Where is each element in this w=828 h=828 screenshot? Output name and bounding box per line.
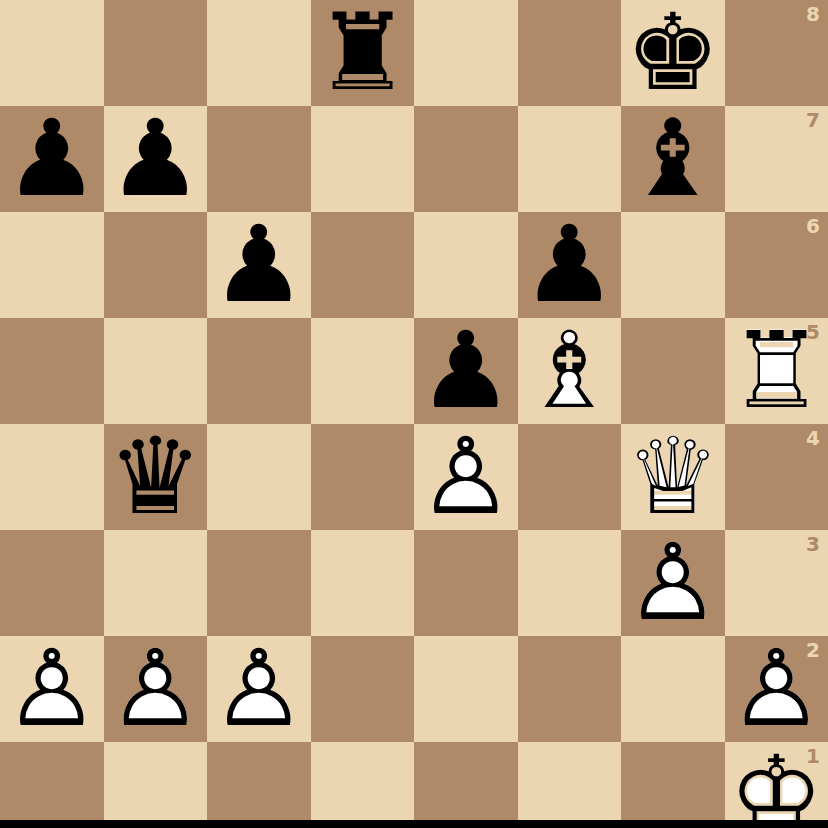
piece-black-pawn[interactable]: ♟ — [4, 106, 99, 212]
square-h1[interactable]: h1♚♔ — [725, 742, 828, 828]
square-c6[interactable]: ♟ — [207, 212, 311, 318]
square-f7[interactable] — [518, 106, 622, 212]
square-f6[interactable]: ♟ — [518, 212, 622, 318]
square-e8[interactable] — [414, 0, 518, 106]
piece-black-bishop[interactable]: ♝ — [625, 106, 720, 212]
square-c7[interactable] — [207, 106, 311, 212]
rank-label-6: 6 — [806, 216, 820, 236]
square-g6[interactable] — [621, 212, 725, 318]
chessboard: ♜♚8♟♟♝7♟♟6♟♝♗5♜♖♛♟♙♛♕4♟♙3♟♙♟♙♟♙2♟♙abcdef… — [0, 0, 828, 828]
square-g4[interactable]: ♛♕ — [621, 424, 725, 530]
piece-black-rook[interactable]: ♜ — [315, 0, 410, 106]
piece-white-queen[interactable]: ♛♕ — [625, 424, 720, 530]
piece-glyph-outline: ♙ — [108, 636, 203, 742]
square-h3[interactable]: 3 — [725, 530, 828, 636]
square-f1[interactable]: f — [518, 742, 622, 828]
square-e7[interactable] — [414, 106, 518, 212]
square-c1[interactable]: c — [207, 742, 311, 828]
piece-white-pawn[interactable]: ♟♙ — [211, 636, 306, 742]
piece-glyph-fill: ♟ — [4, 106, 99, 212]
square-e2[interactable] — [414, 636, 518, 742]
square-d5[interactable] — [311, 318, 415, 424]
square-c8[interactable] — [207, 0, 311, 106]
square-b4[interactable]: ♛ — [104, 424, 208, 530]
square-g3[interactable]: ♟♙ — [621, 530, 725, 636]
piece-white-pawn[interactable]: ♟♙ — [418, 424, 513, 530]
square-c5[interactable] — [207, 318, 311, 424]
square-h8[interactable]: 8 — [725, 0, 828, 106]
piece-glyph-fill: ♚ — [625, 0, 720, 106]
square-a2[interactable]: ♟♙ — [0, 636, 104, 742]
square-f3[interactable] — [518, 530, 622, 636]
square-d1[interactable]: d — [311, 742, 415, 828]
piece-glyph-fill: ♟ — [418, 318, 513, 424]
square-a5[interactable] — [0, 318, 104, 424]
square-g7[interactable]: ♝ — [621, 106, 725, 212]
piece-glyph-fill: ♟ — [108, 106, 203, 212]
square-b1[interactable]: b — [104, 742, 208, 828]
square-e4[interactable]: ♟♙ — [414, 424, 518, 530]
square-d2[interactable] — [311, 636, 415, 742]
piece-black-pawn[interactable]: ♟ — [522, 212, 617, 318]
square-a6[interactable] — [0, 212, 104, 318]
piece-black-pawn[interactable]: ♟ — [418, 318, 513, 424]
rank-label-4: 4 — [806, 428, 820, 448]
piece-white-pawn[interactable]: ♟♙ — [625, 530, 720, 636]
piece-white-pawn[interactable]: ♟♙ — [4, 636, 99, 742]
square-d7[interactable] — [311, 106, 415, 212]
piece-white-pawn[interactable]: ♟♙ — [729, 636, 824, 742]
square-f5[interactable]: ♝♗ — [518, 318, 622, 424]
square-h5[interactable]: 5♜♖ — [725, 318, 828, 424]
piece-glyph-outline: ♖ — [729, 318, 824, 424]
piece-glyph-outline: ♙ — [729, 636, 824, 742]
piece-glyph-outline: ♗ — [522, 318, 617, 424]
piece-glyph-fill: ♟ — [211, 212, 306, 318]
piece-black-king[interactable]: ♚ — [625, 0, 720, 106]
piece-black-pawn[interactable]: ♟ — [211, 212, 306, 318]
piece-black-queen[interactable]: ♛ — [108, 424, 203, 530]
piece-black-pawn[interactable]: ♟ — [108, 106, 203, 212]
square-b7[interactable]: ♟ — [104, 106, 208, 212]
square-d4[interactable] — [311, 424, 415, 530]
bottom-bar — [0, 820, 828, 828]
rank-label-3: 3 — [806, 534, 820, 554]
square-e6[interactable] — [414, 212, 518, 318]
square-g8[interactable]: ♚ — [621, 0, 725, 106]
square-f2[interactable] — [518, 636, 622, 742]
square-d3[interactable] — [311, 530, 415, 636]
piece-glyph-fill: ♜ — [315, 0, 410, 106]
piece-glyph-outline: ♙ — [625, 530, 720, 636]
rank-label-7: 7 — [806, 110, 820, 130]
piece-glyph-outline: ♔ — [729, 742, 824, 828]
square-e3[interactable] — [414, 530, 518, 636]
square-b2[interactable]: ♟♙ — [104, 636, 208, 742]
piece-white-king[interactable]: ♚♔ — [729, 742, 824, 828]
square-a8[interactable] — [0, 0, 104, 106]
square-f8[interactable] — [518, 0, 622, 106]
square-f4[interactable] — [518, 424, 622, 530]
rank-label-8: 8 — [806, 4, 820, 24]
square-a4[interactable] — [0, 424, 104, 530]
square-c3[interactable] — [207, 530, 311, 636]
piece-white-rook[interactable]: ♜♖ — [729, 318, 824, 424]
square-e5[interactable]: ♟ — [414, 318, 518, 424]
piece-glyph-outline: ♕ — [625, 424, 720, 530]
square-g1[interactable]: g — [621, 742, 725, 828]
square-a7[interactable]: ♟ — [0, 106, 104, 212]
piece-glyph-outline: ♙ — [211, 636, 306, 742]
piece-glyph-fill: ♛ — [108, 424, 203, 530]
square-g5[interactable] — [621, 318, 725, 424]
square-d6[interactable] — [311, 212, 415, 318]
square-g2[interactable] — [621, 636, 725, 742]
square-d8[interactable]: ♜ — [311, 0, 415, 106]
square-c2[interactable]: ♟♙ — [207, 636, 311, 742]
square-a3[interactable] — [0, 530, 104, 636]
piece-glyph-fill: ♝ — [625, 106, 720, 212]
square-h6[interactable]: 6 — [725, 212, 828, 318]
square-b3[interactable] — [104, 530, 208, 636]
chess-app-stage: ♜♚8♟♟♝7♟♟6♟♝♗5♜♖♛♟♙♛♕4♟♙3♟♙♟♙♟♙2♟♙abcdef… — [0, 0, 828, 828]
square-b8[interactable] — [104, 0, 208, 106]
piece-glyph-fill: ♟ — [522, 212, 617, 318]
square-e1[interactable]: e — [414, 742, 518, 828]
piece-glyph-outline: ♙ — [4, 636, 99, 742]
square-h4[interactable]: 4 — [725, 424, 828, 530]
square-h7[interactable]: 7 — [725, 106, 828, 212]
square-c4[interactable] — [207, 424, 311, 530]
square-h2[interactable]: 2♟♙ — [725, 636, 828, 742]
piece-white-bishop[interactable]: ♝♗ — [522, 318, 617, 424]
square-b5[interactable] — [104, 318, 208, 424]
square-b6[interactable] — [104, 212, 208, 318]
square-a1[interactable]: a — [0, 742, 104, 828]
piece-glyph-outline: ♙ — [418, 424, 513, 530]
piece-white-pawn[interactable]: ♟♙ — [108, 636, 203, 742]
